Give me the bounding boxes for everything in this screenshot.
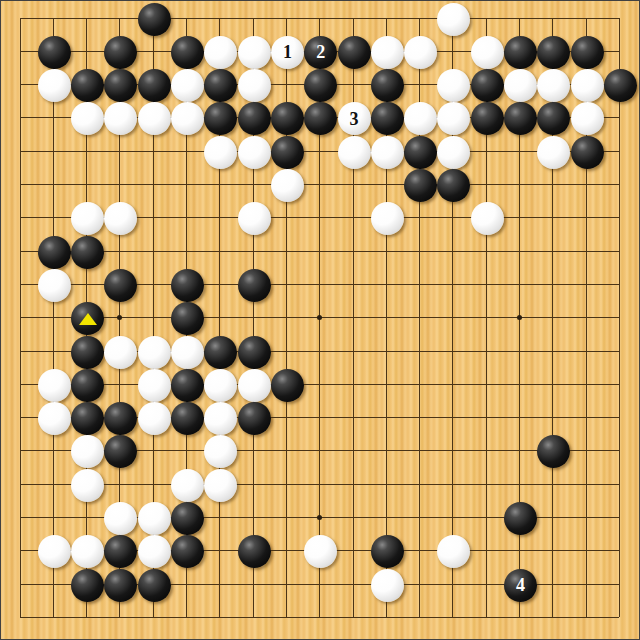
move-number-label: 1 <box>283 43 292 61</box>
black-stone <box>204 102 237 135</box>
black-stone <box>171 535 204 568</box>
black-stone <box>71 236 104 269</box>
black-stone <box>71 402 104 435</box>
black-stone <box>437 169 470 202</box>
white-stone <box>38 369 71 402</box>
white-stone <box>537 136 570 169</box>
black-stone <box>104 535 137 568</box>
black-stone <box>171 402 204 435</box>
black-stone <box>404 136 437 169</box>
black-stone <box>171 269 204 302</box>
white-stone <box>71 102 104 135</box>
white-stone <box>138 402 171 435</box>
white-stone <box>38 69 71 102</box>
black-stone <box>537 435 570 468</box>
white-stone <box>138 102 171 135</box>
move-number-label: 3 <box>350 110 359 128</box>
black-stone <box>171 36 204 69</box>
white-stone <box>404 36 437 69</box>
stones-layer: 1234 <box>1 1 639 639</box>
black-stone <box>471 102 504 135</box>
white-stone <box>371 202 404 235</box>
white-stone <box>571 69 604 102</box>
black-stone: 4 <box>504 569 537 602</box>
black-stone <box>504 102 537 135</box>
black-stone <box>71 69 104 102</box>
white-stone <box>171 336 204 369</box>
go-board: 1234 <box>0 0 640 640</box>
black-stone <box>171 502 204 535</box>
white-stone <box>571 102 604 135</box>
black-stone <box>138 69 171 102</box>
black-stone <box>238 402 271 435</box>
black-stone <box>571 136 604 169</box>
white-stone <box>104 102 137 135</box>
black-stone <box>304 102 337 135</box>
black-stone <box>371 102 404 135</box>
white-stone <box>204 402 237 435</box>
white-stone <box>138 502 171 535</box>
black-stone <box>304 69 337 102</box>
move-number-label: 4 <box>516 576 525 594</box>
black-stone <box>104 402 137 435</box>
black-stone <box>171 302 204 335</box>
white-stone <box>404 102 437 135</box>
white-stone <box>204 435 237 468</box>
white-stone <box>437 535 470 568</box>
black-stone <box>38 236 71 269</box>
black-stone <box>204 336 237 369</box>
white-stone <box>238 69 271 102</box>
white-stone <box>71 435 104 468</box>
move-number-label: 2 <box>316 43 325 61</box>
white-stone <box>437 136 470 169</box>
white-stone <box>437 69 470 102</box>
black-stone <box>271 369 304 402</box>
black-stone <box>171 369 204 402</box>
white-stone <box>38 269 71 302</box>
black-stone <box>371 535 404 568</box>
white-stone <box>171 469 204 502</box>
black-stone <box>204 69 237 102</box>
white-stone <box>71 202 104 235</box>
white-stone <box>537 69 570 102</box>
white-stone <box>338 136 371 169</box>
white-stone <box>38 402 71 435</box>
black-stone <box>71 336 104 369</box>
black-stone <box>71 369 104 402</box>
black-stone <box>104 569 137 602</box>
white-stone <box>437 102 470 135</box>
black-stone <box>371 69 404 102</box>
white-stone <box>138 535 171 568</box>
white-stone <box>138 336 171 369</box>
black-stone <box>104 36 137 69</box>
white-stone <box>204 136 237 169</box>
black-stone <box>238 336 271 369</box>
white-stone <box>304 535 337 568</box>
white-stone <box>104 202 137 235</box>
black-stone <box>504 502 537 535</box>
white-stone <box>238 369 271 402</box>
black-stone <box>238 102 271 135</box>
black-stone <box>71 302 104 335</box>
white-stone <box>104 336 137 369</box>
white-stone <box>471 202 504 235</box>
black-stone <box>271 136 304 169</box>
white-stone <box>171 102 204 135</box>
white-stone <box>271 169 304 202</box>
white-stone <box>204 36 237 69</box>
white-stone <box>238 202 271 235</box>
black-stone <box>104 269 137 302</box>
white-stone <box>371 36 404 69</box>
white-stone <box>238 36 271 69</box>
white-stone <box>371 136 404 169</box>
black-stone <box>404 169 437 202</box>
black-stone <box>38 36 71 69</box>
white-stone <box>71 469 104 502</box>
white-stone <box>238 136 271 169</box>
black-stone <box>537 36 570 69</box>
black-stone <box>504 36 537 69</box>
black-stone <box>238 269 271 302</box>
black-stone <box>104 69 137 102</box>
white-stone <box>38 535 71 568</box>
white-stone <box>471 36 504 69</box>
black-stone <box>571 36 604 69</box>
white-stone <box>104 502 137 535</box>
black-stone <box>138 3 171 36</box>
white-stone: 1 <box>271 36 304 69</box>
white-stone <box>504 69 537 102</box>
black-stone <box>537 102 570 135</box>
white-stone <box>371 569 404 602</box>
white-stone <box>204 469 237 502</box>
white-stone <box>138 369 171 402</box>
white-stone: 3 <box>338 102 371 135</box>
black-stone: 2 <box>304 36 337 69</box>
black-stone <box>604 69 637 102</box>
white-stone <box>71 535 104 568</box>
black-stone <box>338 36 371 69</box>
triangle-marker <box>79 313 97 325</box>
black-stone <box>471 69 504 102</box>
black-stone <box>238 535 271 568</box>
black-stone <box>104 435 137 468</box>
white-stone <box>171 69 204 102</box>
black-stone <box>138 569 171 602</box>
white-stone <box>204 369 237 402</box>
black-stone <box>71 569 104 602</box>
black-stone <box>271 102 304 135</box>
white-stone <box>437 3 470 36</box>
